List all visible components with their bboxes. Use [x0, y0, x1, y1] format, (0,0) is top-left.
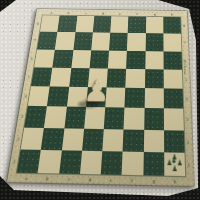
square-f6[interactable] — [126, 50, 145, 68]
square-e8[interactable] — [110, 16, 128, 33]
square-c1[interactable] — [59, 150, 82, 174]
square-d2[interactable] — [82, 128, 104, 151]
coord-label: c — [63, 176, 75, 182]
square-g4[interactable] — [144, 88, 164, 108]
square-d3[interactable] — [84, 107, 105, 128]
square-g1[interactable] — [143, 152, 164, 176]
square-e6[interactable] — [108, 50, 127, 68]
square-g7[interactable] — [145, 33, 163, 51]
square-g8[interactable] — [146, 17, 164, 34]
square-b3[interactable] — [44, 106, 66, 127]
coord-label: d — [98, 11, 108, 15]
coord-label: g — [150, 12, 159, 16]
coord-label: 5 — [184, 74, 188, 85]
square-h6[interactable] — [163, 51, 182, 70]
square-f8[interactable] — [128, 17, 146, 34]
square-e7[interactable] — [109, 33, 128, 51]
coord-label: e — [115, 11, 125, 15]
square-h7[interactable] — [163, 34, 181, 52]
square-d1[interactable] — [80, 150, 103, 174]
square-f5[interactable] — [126, 69, 145, 88]
square-b7[interactable] — [55, 32, 75, 50]
coord-label: b — [42, 175, 54, 181]
coord-label: 2 — [186, 135, 191, 147]
coord-label: h — [167, 12, 177, 16]
square-b8[interactable] — [57, 16, 76, 33]
square-d6[interactable] — [89, 50, 109, 68]
square-g6[interactable] — [145, 51, 164, 70]
coord-label: f — [132, 12, 142, 16]
square-c2[interactable] — [61, 128, 83, 151]
square-f7[interactable] — [127, 33, 145, 51]
photo-scene: abcdefgh abcdefgh 87654321 87654321 ©Che… — [0, 0, 200, 200]
coord-label: e — [105, 177, 117, 183]
square-f2[interactable] — [123, 129, 144, 152]
square-g2[interactable] — [143, 129, 164, 152]
coord-label: 7 — [183, 38, 187, 48]
square-c8[interactable] — [75, 16, 94, 33]
square-b4[interactable] — [47, 86, 69, 106]
square-f4[interactable] — [125, 88, 145, 108]
brand-logo-icon: ♟♟♟♟◆ — [165, 154, 183, 174]
square-b6[interactable] — [53, 49, 73, 67]
chess-board: abcdefgh abcdefgh 87654321 87654321 ©Che… — [7, 9, 194, 186]
coord-label: h — [169, 178, 181, 184]
square-e3[interactable] — [104, 107, 125, 128]
coord-label: f — [126, 177, 138, 183]
square-h4[interactable] — [164, 88, 184, 108]
square-b2[interactable] — [41, 127, 64, 150]
square-h8[interactable] — [163, 17, 181, 34]
white-pawn-d4[interactable]: ♟ — [83, 73, 110, 106]
square-e2[interactable] — [102, 129, 123, 152]
coord-label: d — [84, 176, 96, 182]
coord-label: b — [64, 11, 74, 15]
square-h5[interactable] — [163, 69, 182, 88]
square-f3[interactable] — [124, 108, 144, 130]
coord-label: 1 — [187, 158, 192, 171]
square-b5[interactable] — [50, 67, 71, 86]
logo-center-diamond: ◆ — [170, 158, 178, 164]
square-g3[interactable] — [144, 108, 164, 130]
square-f1[interactable] — [122, 151, 144, 175]
square-c7[interactable] — [73, 32, 93, 50]
coord-label: a — [20, 175, 32, 181]
coord-label: c — [81, 11, 91, 15]
coord-label: a — [47, 11, 57, 15]
square-e1[interactable] — [101, 151, 123, 175]
coord-label: 3 — [185, 114, 190, 126]
coord-label: 8 — [182, 21, 186, 30]
square-c3[interactable] — [64, 107, 86, 128]
coord-label: 4 — [184, 93, 189, 104]
square-c6[interactable] — [71, 50, 91, 68]
square-h2[interactable] — [164, 130, 185, 153]
square-d8[interactable] — [93, 16, 112, 33]
square-d7[interactable] — [91, 33, 110, 51]
coord-label: g — [148, 177, 160, 183]
square-h3[interactable] — [164, 109, 184, 131]
brand-mark: ©Chess — [182, 60, 186, 75]
square-b1[interactable] — [38, 150, 62, 174]
square-g5[interactable] — [144, 69, 163, 88]
